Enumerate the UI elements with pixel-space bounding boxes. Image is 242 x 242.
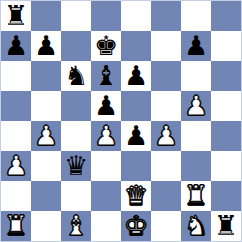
black-pawn[interactable]: ♟ (124, 62, 148, 89)
square-h6[interactable] (211, 61, 241, 91)
square-a2[interactable] (1, 181, 31, 211)
square-f2[interactable] (151, 181, 181, 211)
square-a4[interactable] (1, 121, 31, 151)
square-a6[interactable] (1, 61, 31, 91)
square-c8[interactable] (61, 1, 91, 31)
white-pawn[interactable]: ♟ (34, 122, 58, 149)
square-h2[interactable] (211, 181, 241, 211)
square-d5[interactable]: ♟ (91, 91, 121, 121)
square-c6[interactable]: ♞ (61, 61, 91, 91)
square-f4[interactable]: ♟ (151, 121, 181, 151)
square-g3[interactable] (181, 151, 211, 181)
square-f7[interactable] (151, 31, 181, 61)
black-bishop[interactable]: ♝ (94, 62, 118, 89)
square-e2[interactable]: ♛ (121, 181, 151, 211)
square-g2[interactable]: ♜ (181, 181, 211, 211)
square-d7[interactable]: ♚ (91, 31, 121, 61)
square-b3[interactable] (31, 151, 61, 181)
square-h4[interactable] (211, 121, 241, 151)
square-g5[interactable]: ♟ (181, 91, 211, 121)
square-e4[interactable]: ♟ (121, 121, 151, 151)
square-f1[interactable] (151, 211, 181, 241)
square-c2[interactable] (61, 181, 91, 211)
square-h7[interactable] (211, 31, 241, 61)
white-knight[interactable]: ♞ (184, 212, 208, 239)
square-g7[interactable]: ♟ (181, 31, 211, 61)
square-g6[interactable] (181, 61, 211, 91)
square-c5[interactable] (61, 91, 91, 121)
square-h5[interactable] (211, 91, 241, 121)
square-b6[interactable] (31, 61, 61, 91)
white-pawn[interactable]: ♟ (154, 122, 178, 149)
square-e8[interactable] (121, 1, 151, 31)
square-f5[interactable] (151, 91, 181, 121)
square-d2[interactable] (91, 181, 121, 211)
white-rook[interactable]: ♜ (184, 182, 208, 209)
square-f3[interactable] (151, 151, 181, 181)
square-h3[interactable] (211, 151, 241, 181)
square-b8[interactable] (31, 1, 61, 31)
square-c7[interactable] (61, 31, 91, 61)
square-c3[interactable]: ♛ (61, 151, 91, 181)
square-d8[interactable] (91, 1, 121, 31)
square-f6[interactable] (151, 61, 181, 91)
square-c1[interactable]: ♝ (61, 211, 91, 241)
chess-board: ♜♟♟♚♟♞♝♟♟♟♟♟♟♟♟♛♛♜♜♝♚♞♜ (0, 0, 242, 242)
square-d3[interactable] (91, 151, 121, 181)
square-g4[interactable] (181, 121, 211, 151)
white-pawn[interactable]: ♟ (94, 122, 118, 149)
square-e1[interactable]: ♚ (121, 211, 151, 241)
square-b2[interactable] (31, 181, 61, 211)
black-knight[interactable]: ♞ (64, 62, 88, 89)
square-d4[interactable]: ♟ (91, 121, 121, 151)
square-h1[interactable]: ♜ (211, 211, 241, 241)
square-g8[interactable] (181, 1, 211, 31)
square-a8[interactable]: ♜ (1, 1, 31, 31)
white-bishop[interactable]: ♝ (64, 212, 88, 239)
black-king[interactable]: ♚ (94, 32, 118, 59)
square-c4[interactable] (61, 121, 91, 151)
square-e5[interactable] (121, 91, 151, 121)
square-d1[interactable] (91, 211, 121, 241)
square-d6[interactable]: ♝ (91, 61, 121, 91)
square-e3[interactable] (121, 151, 151, 181)
white-rook[interactable]: ♜ (4, 212, 28, 239)
square-a3[interactable]: ♟ (1, 151, 31, 181)
black-pawn[interactable]: ♟ (94, 92, 118, 119)
square-f8[interactable] (151, 1, 181, 31)
square-a5[interactable] (1, 91, 31, 121)
square-b5[interactable] (31, 91, 61, 121)
square-a1[interactable]: ♜ (1, 211, 31, 241)
square-a7[interactable]: ♟ (1, 31, 31, 61)
square-b7[interactable]: ♟ (31, 31, 61, 61)
square-e6[interactable]: ♟ (121, 61, 151, 91)
square-g1[interactable]: ♞ (181, 211, 211, 241)
black-pawn[interactable]: ♟ (4, 32, 28, 59)
square-e7[interactable] (121, 31, 151, 61)
white-king[interactable]: ♚ (124, 212, 148, 239)
white-pawn[interactable]: ♟ (184, 92, 208, 119)
black-pawn[interactable]: ♟ (124, 122, 148, 149)
black-queen[interactable]: ♛ (64, 152, 88, 179)
black-rook[interactable]: ♜ (4, 2, 28, 29)
square-b1[interactable] (31, 211, 61, 241)
square-h8[interactable] (211, 1, 241, 31)
black-rook[interactable]: ♜ (214, 212, 238, 239)
white-queen[interactable]: ♛ (124, 182, 148, 209)
black-pawn[interactable]: ♟ (34, 32, 58, 59)
white-pawn[interactable]: ♟ (4, 152, 28, 179)
square-b4[interactable]: ♟ (31, 121, 61, 151)
black-pawn[interactable]: ♟ (184, 32, 208, 59)
